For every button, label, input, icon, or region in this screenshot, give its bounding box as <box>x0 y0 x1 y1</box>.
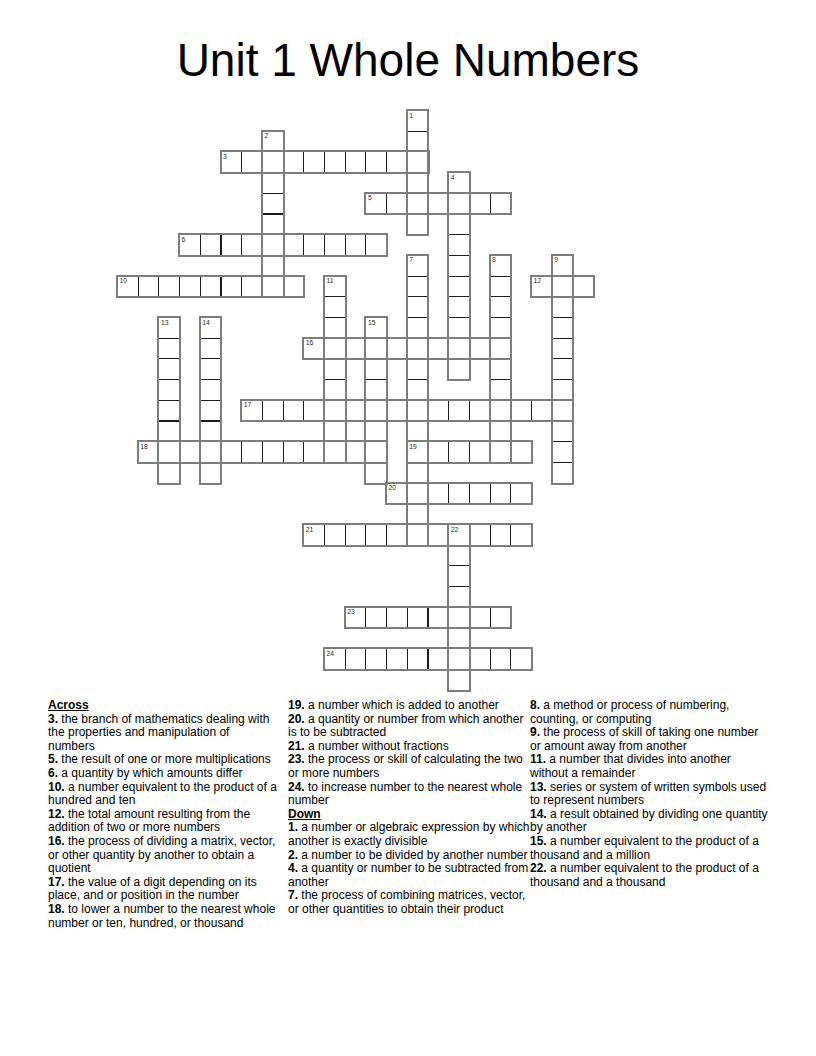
grid-cell[interactable] <box>407 648 429 670</box>
grid-cell[interactable] <box>386 648 408 670</box>
grid-cell[interactable] <box>407 607 429 629</box>
grid-cell[interactable] <box>365 441 387 463</box>
grid-cell[interactable]: 22 <box>448 524 470 546</box>
grid-cell[interactable] <box>407 151 429 173</box>
grid-cell[interactable]: 6 <box>179 234 201 256</box>
grid-cell[interactable] <box>365 358 387 380</box>
clue-item: 16. the process of dividing a matrix, ve… <box>48 835 277 876</box>
grid-cell[interactable] <box>490 421 512 443</box>
clue-item: 5. the result of one or more multiplicat… <box>48 753 277 767</box>
cell-number: 13 <box>161 319 169 327</box>
cell-number: 18 <box>140 443 148 451</box>
grid-cell[interactable] <box>407 276 429 298</box>
grid-cell[interactable] <box>262 400 284 422</box>
grid-cell[interactable] <box>365 462 387 484</box>
grid-cell[interactable] <box>469 441 491 463</box>
grid-cell[interactable] <box>469 338 491 360</box>
grid-cell[interactable]: 12 <box>531 276 553 298</box>
grid-cell[interactable] <box>552 400 574 422</box>
cell-number: 12 <box>534 277 542 285</box>
grid-cell[interactable] <box>448 586 470 608</box>
clues-column-1: Across3. the branch of mathematics deali… <box>48 699 277 930</box>
grid-cell[interactable]: 24 <box>324 648 346 670</box>
grid-cell[interactable] <box>179 276 201 298</box>
grid-cell[interactable]: 5 <box>365 193 387 215</box>
grid-cell[interactable] <box>365 607 387 629</box>
grid-cell[interactable]: 15 <box>365 317 387 339</box>
grid-cell[interactable] <box>469 193 491 215</box>
grid-cell[interactable] <box>490 379 512 401</box>
grid-cell[interactable] <box>490 276 512 298</box>
grid-cell[interactable] <box>365 338 387 360</box>
grid-cell[interactable] <box>448 193 470 215</box>
grid-cell[interactable] <box>448 234 470 256</box>
grid-cell[interactable] <box>386 193 408 215</box>
grid-cell[interactable] <box>324 524 346 546</box>
clue-item: 12. the total amount resulting from the … <box>48 808 277 835</box>
grid-cell[interactable] <box>407 503 429 525</box>
grid-cell[interactable] <box>490 524 512 546</box>
puzzle-title: Unit 1 Whole Numbers <box>0 34 816 86</box>
grid-cell[interactable] <box>365 400 387 422</box>
grid-cell[interactable] <box>324 317 346 339</box>
grid-cell[interactable] <box>158 338 180 360</box>
grid-cell[interactable] <box>158 358 180 380</box>
grid-cell[interactable] <box>386 524 408 546</box>
grid-cell[interactable] <box>262 255 284 277</box>
grid-cell[interactable] <box>158 379 180 401</box>
grid-cell[interactable] <box>345 338 367 360</box>
grid-cell[interactable] <box>510 441 532 463</box>
grid-cell[interactable] <box>490 648 512 670</box>
grid-cell[interactable]: 23 <box>345 607 367 629</box>
grid-cell[interactable]: 10 <box>117 276 139 298</box>
grid-cell[interactable] <box>510 400 532 422</box>
grid-cell[interactable] <box>365 648 387 670</box>
cell-number: 1 <box>409 112 413 120</box>
grid-cell[interactable] <box>158 421 180 443</box>
grid-cell[interactable] <box>324 296 346 318</box>
grid-cell[interactable] <box>324 421 346 443</box>
grid-cell[interactable]: 20 <box>386 483 408 505</box>
grid-cell[interactable] <box>158 400 180 422</box>
grid-cell[interactable] <box>448 669 470 691</box>
grid-cell[interactable] <box>407 172 429 194</box>
grid-cell[interactable] <box>241 234 263 256</box>
grid-cell[interactable] <box>324 151 346 173</box>
cell-number: 15 <box>368 319 376 327</box>
clue-item: 23. the process or skill of calculating … <box>288 753 531 780</box>
grid-cell[interactable] <box>469 648 491 670</box>
clue-item: 1. a number or algebraic expression by w… <box>288 821 531 848</box>
grid-cell[interactable] <box>200 421 222 443</box>
clue-item: 14. a result obtained by dividing one qu… <box>530 808 770 835</box>
grid-cell[interactable] <box>448 400 470 422</box>
grid-cell[interactable] <box>303 400 325 422</box>
grid-cell[interactable] <box>324 338 346 360</box>
grid-cell[interactable] <box>324 400 346 422</box>
grid-cell[interactable] <box>428 607 450 629</box>
grid-cell[interactable]: 13 <box>158 317 180 339</box>
grid-cell[interactable] <box>241 441 263 463</box>
grid-cell[interactable] <box>365 379 387 401</box>
grid-cell[interactable] <box>262 441 284 463</box>
grid-cell[interactable]: 1 <box>407 110 429 132</box>
grid-cell[interactable]: 9 <box>552 255 574 277</box>
grid-cell[interactable] <box>262 172 284 194</box>
grid-cell[interactable] <box>200 400 222 422</box>
cell-number: 17 <box>244 401 252 409</box>
grid-cell[interactable] <box>345 648 367 670</box>
grid-cell[interactable] <box>241 276 263 298</box>
clue-item: 4. a quantity or number to be subtracted… <box>288 862 531 889</box>
grid-cell[interactable] <box>448 545 470 567</box>
cell-number: 2 <box>264 132 268 140</box>
cell-number: 14 <box>202 319 210 327</box>
grid-cell[interactable] <box>262 276 284 298</box>
grid-cell[interactable] <box>448 214 470 236</box>
grid-cell[interactable] <box>407 193 429 215</box>
grid-cell[interactable] <box>510 648 532 670</box>
grid-cell[interactable] <box>407 421 429 443</box>
grid-cell[interactable] <box>283 400 305 422</box>
grid-cell[interactable] <box>407 358 429 380</box>
clue-item: 7. the process of combining matrices, ve… <box>288 889 531 916</box>
clue-item: 9. the process of skill of taking one nu… <box>530 726 770 753</box>
grid-cell[interactable] <box>428 338 450 360</box>
grid-cell[interactable] <box>365 421 387 443</box>
grid-cell[interactable] <box>510 483 532 505</box>
cell-number: 24 <box>327 650 335 658</box>
grid-cell[interactable] <box>531 400 553 422</box>
grid-cell[interactable] <box>407 338 429 360</box>
grid-cell[interactable] <box>179 441 201 463</box>
grid-cell[interactable] <box>262 151 284 173</box>
grid-cell[interactable] <box>552 421 574 443</box>
grid-cell[interactable] <box>428 524 450 546</box>
grid-cell[interactable] <box>407 214 429 236</box>
grid-cell[interactable] <box>407 131 429 153</box>
grid-cell[interactable] <box>345 441 367 463</box>
grid-cell[interactable] <box>158 441 180 463</box>
grid-cell[interactable] <box>324 441 346 463</box>
grid-cell[interactable] <box>448 648 470 670</box>
grid-cell[interactable] <box>407 317 429 339</box>
grid-cell[interactable] <box>448 565 470 587</box>
clue-item: 13. series or system of written symbols … <box>530 781 770 808</box>
grid-cell[interactable] <box>428 648 450 670</box>
grid-cell[interactable] <box>386 151 408 173</box>
cell-number: 20 <box>389 484 397 492</box>
cell-number: 4 <box>451 174 455 182</box>
grid-cell[interactable] <box>345 524 367 546</box>
grid-cell[interactable]: 14 <box>200 317 222 339</box>
cell-number: 21 <box>306 526 314 534</box>
grid-cell[interactable] <box>490 296 512 318</box>
grid-cell[interactable] <box>345 151 367 173</box>
grid-cell[interactable] <box>552 338 574 360</box>
clue-item: 17. the value of a digit depending on it… <box>48 876 277 903</box>
grid-cell[interactable] <box>386 400 408 422</box>
grid-cell[interactable] <box>448 358 470 380</box>
grid-cell[interactable] <box>200 338 222 360</box>
grid-cell[interactable] <box>324 234 346 256</box>
grid-cell[interactable] <box>490 607 512 629</box>
across-header: Across <box>48 699 277 713</box>
grid-cell[interactable]: 8 <box>490 255 512 277</box>
grid-cell[interactable] <box>200 234 222 256</box>
grid-cell[interactable] <box>552 358 574 380</box>
grid-cell[interactable] <box>283 234 305 256</box>
cell-number: 6 <box>182 236 186 244</box>
grid-cell[interactable] <box>490 441 512 463</box>
grid-cell[interactable] <box>448 255 470 277</box>
grid-cell[interactable] <box>490 400 512 422</box>
grid-cell[interactable]: 2 <box>262 131 284 153</box>
grid-cell[interactable] <box>407 400 429 422</box>
grid-cell[interactable] <box>345 400 367 422</box>
clue-item: 8. a method or process of numbering, cou… <box>530 699 770 726</box>
grid-cell[interactable] <box>303 234 325 256</box>
grid-cell[interactable] <box>428 483 450 505</box>
grid-cell[interactable] <box>469 483 491 505</box>
grid-cell[interactable] <box>552 276 574 298</box>
grid-cell[interactable] <box>407 483 429 505</box>
cell-number: 9 <box>554 256 558 264</box>
grid-cell[interactable] <box>303 441 325 463</box>
grid-cell[interactable]: 21 <box>303 524 325 546</box>
grid-cell[interactable]: 7 <box>407 255 429 277</box>
grid-cell[interactable] <box>552 462 574 484</box>
clue-item: 3. the branch of mathematics dealing wit… <box>48 713 277 754</box>
crossword-grid: 123456719891011121314151617182021222324 <box>117 110 594 690</box>
grid-cell[interactable] <box>365 524 387 546</box>
grid-cell[interactable] <box>428 441 450 463</box>
clues-column-3: 8. a method or process of numbering, cou… <box>530 699 770 889</box>
cell-number: 19 <box>409 443 417 451</box>
grid-cell[interactable] <box>552 441 574 463</box>
grid-cell[interactable] <box>490 358 512 380</box>
grid-cell[interactable] <box>469 400 491 422</box>
cell-number: 5 <box>368 194 372 202</box>
clue-item: 19. a number which is added to another <box>288 699 531 713</box>
cell-number: 3 <box>223 153 227 161</box>
grid-cell[interactable] <box>221 441 243 463</box>
grid-cell[interactable] <box>552 379 574 401</box>
grid-cell[interactable] <box>221 234 243 256</box>
grid-cell[interactable] <box>386 338 408 360</box>
grid-cell[interactable] <box>407 524 429 546</box>
grid-cell[interactable]: 18 <box>138 441 160 463</box>
clue-item: 10. a number equivalent to the product o… <box>48 781 277 808</box>
grid-cell[interactable] <box>469 524 491 546</box>
grid-cell[interactable] <box>448 296 470 318</box>
grid-cell[interactable] <box>262 193 284 215</box>
grid-cell[interactable] <box>200 379 222 401</box>
grid-cell[interactable] <box>200 358 222 380</box>
clue-item: 21. a number without fractions <box>288 740 531 754</box>
grid-cell[interactable] <box>448 441 470 463</box>
cell-number: 22 <box>451 526 459 534</box>
grid-cell[interactable] <box>428 400 450 422</box>
clue-item: 6. a quantity by which amounts differ <box>48 767 277 781</box>
grid-cell[interactable] <box>158 462 180 484</box>
grid-cell[interactable] <box>324 379 346 401</box>
clue-item: 20. a quantity or number from which anot… <box>288 713 531 740</box>
grid-cell[interactable] <box>448 607 470 629</box>
grid-cell[interactable]: 16 <box>303 338 325 360</box>
grid-cell[interactable] <box>510 524 532 546</box>
grid-cell[interactable] <box>448 483 470 505</box>
clue-item: 18. to lower a number to the nearest who… <box>48 903 277 930</box>
grid-cell[interactable] <box>386 607 408 629</box>
grid-cell[interactable] <box>407 462 429 484</box>
grid-cell[interactable]: 19 <box>407 441 429 463</box>
grid-cell[interactable] <box>303 151 325 173</box>
grid-cell[interactable] <box>469 607 491 629</box>
clue-item: 2. a number to be divided by another num… <box>288 849 531 863</box>
grid-cell[interactable]: 4 <box>448 172 470 194</box>
grid-cell[interactable] <box>200 441 222 463</box>
clues-column-2: 19. a number which is added to another20… <box>288 699 531 917</box>
grid-cell[interactable] <box>428 193 450 215</box>
grid-cell[interactable]: 3 <box>221 151 243 173</box>
grid-cell[interactable] <box>345 234 367 256</box>
grid-cell[interactable] <box>407 296 429 318</box>
grid-cell[interactable] <box>200 462 222 484</box>
grid-cell[interactable] <box>407 379 429 401</box>
cell-number: 23 <box>347 608 355 616</box>
grid-cell[interactable] <box>490 338 512 360</box>
grid-cell[interactable]: 17 <box>241 400 263 422</box>
grid-cell[interactable] <box>200 276 222 298</box>
grid-cell[interactable] <box>448 317 470 339</box>
grid-cell[interactable] <box>283 151 305 173</box>
grid-cell[interactable] <box>324 358 346 380</box>
grid-cell[interactable] <box>448 628 470 650</box>
cell-number: 10 <box>120 277 128 285</box>
down-header: Down <box>288 808 531 822</box>
grid-cell[interactable] <box>221 276 243 298</box>
grid-cell[interactable] <box>138 276 160 298</box>
clue-item: 11. a number that divides into another w… <box>530 753 770 780</box>
cell-number: 7 <box>409 256 413 264</box>
grid-cell[interactable] <box>365 151 387 173</box>
grid-cell[interactable] <box>490 483 512 505</box>
grid-cell[interactable] <box>262 234 284 256</box>
grid-cell[interactable] <box>365 234 387 256</box>
grid-cell[interactable] <box>283 276 305 298</box>
grid-cell[interactable] <box>448 338 470 360</box>
grid-cell[interactable] <box>448 276 470 298</box>
grid-cell[interactable]: 11 <box>324 276 346 298</box>
grid-cell[interactable] <box>552 296 574 318</box>
clue-item: 24. to increase number to the nearest wh… <box>288 781 531 808</box>
grid-cell[interactable] <box>283 441 305 463</box>
cell-number: 11 <box>327 277 334 285</box>
grid-cell[interactable] <box>572 276 594 298</box>
cell-number: 8 <box>492 256 496 264</box>
grid-cell[interactable] <box>490 193 512 215</box>
grid-cell[interactable] <box>262 214 284 236</box>
grid-cell[interactable] <box>241 151 263 173</box>
clue-item: 15. a number equivalent to the product o… <box>530 835 770 862</box>
grid-cell[interactable] <box>552 317 574 339</box>
cell-number: 16 <box>306 339 314 347</box>
grid-cell[interactable] <box>490 317 512 339</box>
clue-item: 22. a number equivalent to the product o… <box>530 862 770 889</box>
grid-cell[interactable] <box>158 276 180 298</box>
